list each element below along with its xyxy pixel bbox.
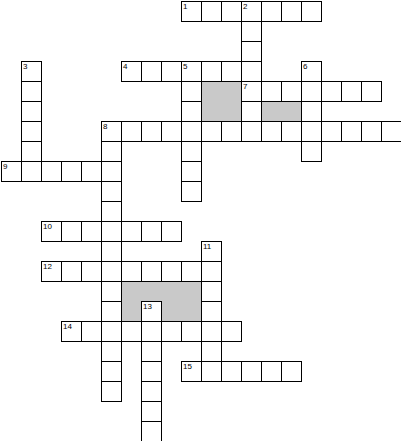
- crossword-cell[interactable]: [261, 361, 282, 382]
- crossword-cell[interactable]: [141, 361, 162, 382]
- crossword-cell[interactable]: [221, 121, 242, 142]
- crossword-cell[interactable]: [201, 301, 222, 322]
- crossword-cell[interactable]: [141, 61, 162, 82]
- crossword-cell[interactable]: [81, 261, 102, 282]
- cell-number: 12: [43, 262, 52, 271]
- crossword-cell[interactable]: [181, 101, 202, 122]
- crossword-cell[interactable]: [21, 141, 42, 162]
- crossword-cell[interactable]: [381, 121, 401, 142]
- crossword-cell[interactable]: [361, 81, 382, 102]
- crossword-cell[interactable]: [141, 401, 162, 422]
- crossword-cell[interactable]: 7: [241, 81, 262, 102]
- crossword-cell[interactable]: [201, 261, 222, 282]
- crossword-cell[interactable]: [301, 81, 322, 102]
- crossword-cell[interactable]: [241, 21, 262, 42]
- crossword-cell[interactable]: [301, 101, 322, 122]
- crossword-cell[interactable]: [101, 161, 122, 182]
- crossword-cell[interactable]: [241, 361, 262, 382]
- crossword-cell[interactable]: [101, 241, 122, 262]
- crossword-cell[interactable]: [181, 141, 202, 162]
- crossword-cell[interactable]: 2: [241, 1, 262, 22]
- crossword-cell[interactable]: [241, 101, 262, 122]
- cell-number: 2: [243, 2, 247, 11]
- crossword-cell[interactable]: [101, 301, 122, 322]
- cell-number: 13: [143, 302, 152, 311]
- crossword-cell[interactable]: [121, 121, 142, 142]
- crossword-cell[interactable]: [101, 221, 122, 242]
- crossword-cell[interactable]: [241, 41, 262, 62]
- crossword-cell[interactable]: [161, 321, 182, 342]
- crossword-cell[interactable]: [201, 1, 222, 22]
- crossword-cell[interactable]: [181, 121, 202, 142]
- cell-number: 10: [43, 222, 52, 231]
- crossword-cell[interactable]: [21, 121, 42, 142]
- cell-number: 5: [183, 62, 187, 71]
- crossword-cell[interactable]: [201, 281, 222, 302]
- crossword-cell[interactable]: 6: [301, 61, 322, 82]
- crossword-cell[interactable]: 1: [181, 1, 202, 22]
- crossword-cell[interactable]: [301, 141, 322, 162]
- crossword-cell[interactable]: 3: [21, 61, 42, 82]
- crossword-cell[interactable]: [61, 221, 82, 242]
- crossword-cell[interactable]: [181, 161, 202, 182]
- crossword-cell[interactable]: [141, 381, 162, 402]
- crossword-cell[interactable]: [141, 221, 162, 242]
- crossword-cell[interactable]: [81, 321, 102, 342]
- crossword-cell[interactable]: [101, 141, 122, 162]
- crossword-board: 123456789101112131415: [1, 1, 401, 441]
- crossword-cell[interactable]: [181, 321, 202, 342]
- cell-number: 15: [183, 362, 192, 371]
- cell-number: 7: [243, 82, 247, 91]
- crossword-cell[interactable]: [81, 161, 102, 182]
- crossword-cell[interactable]: [221, 361, 242, 382]
- crossword-cell[interactable]: 8: [101, 121, 122, 142]
- crossword-cell[interactable]: [141, 261, 162, 282]
- crossword-cell[interactable]: [101, 341, 122, 362]
- crossword-cell[interactable]: 15: [181, 361, 202, 382]
- crossword-cell[interactable]: [41, 161, 62, 182]
- cell-number: 1: [183, 2, 187, 11]
- crossword-cell[interactable]: [221, 61, 242, 82]
- crossword-cell[interactable]: [101, 261, 122, 282]
- crossword-cell[interactable]: [221, 321, 242, 342]
- crossword-cell[interactable]: [21, 81, 42, 102]
- crossword-cell[interactable]: [321, 121, 342, 142]
- crossword-cell[interactable]: [61, 161, 82, 182]
- crossword-cell[interactable]: [161, 261, 182, 282]
- crossword-cell[interactable]: [101, 201, 122, 222]
- crossword-cell[interactable]: [281, 1, 302, 22]
- crossword-cell[interactable]: [181, 81, 202, 102]
- crossword-page: 123456789101112131415: [0, 0, 401, 441]
- crossword-cell[interactable]: [101, 321, 122, 342]
- crossword-cell[interactable]: [121, 321, 142, 342]
- crossword-cell[interactable]: [201, 321, 222, 342]
- crossword-cell[interactable]: [121, 261, 142, 282]
- crossword-cell[interactable]: [301, 1, 322, 22]
- crossword-cell[interactable]: [141, 341, 162, 362]
- crossword-cell[interactable]: [161, 61, 182, 82]
- crossword-cell[interactable]: [341, 81, 362, 102]
- crossword-cell[interactable]: [221, 1, 242, 22]
- crossword-cell[interactable]: [21, 161, 42, 182]
- cell-number: 14: [63, 322, 72, 331]
- crossword-cell[interactable]: 12: [41, 261, 62, 282]
- crossword-cell[interactable]: 4: [121, 61, 142, 82]
- crossword-cell[interactable]: [241, 61, 262, 82]
- crossword-cell[interactable]: [141, 421, 162, 441]
- crossword-cell[interactable]: [361, 121, 382, 142]
- crossword-cell[interactable]: 13: [141, 301, 162, 322]
- cell-number: 4: [123, 62, 127, 71]
- crossword-cell[interactable]: [101, 281, 122, 302]
- crossword-cell[interactable]: [181, 181, 202, 202]
- crossword-cell[interactable]: [141, 121, 162, 142]
- highlight-region: [261, 101, 302, 122]
- crossword-cell[interactable]: [281, 81, 302, 102]
- crossword-cell[interactable]: 10: [41, 221, 62, 242]
- crossword-cell[interactable]: [141, 321, 162, 342]
- highlight-region: [201, 81, 242, 122]
- crossword-cell[interactable]: [161, 221, 182, 242]
- crossword-cell[interactable]: [181, 261, 202, 282]
- cell-number: 3: [23, 62, 27, 71]
- crossword-cell[interactable]: [281, 361, 302, 382]
- crossword-cell[interactable]: [161, 121, 182, 142]
- crossword-cell[interactable]: [201, 341, 222, 362]
- crossword-cell[interactable]: [21, 101, 42, 122]
- cell-number: 6: [303, 62, 307, 71]
- crossword-cell[interactable]: [261, 1, 282, 22]
- crossword-cell[interactable]: [61, 261, 82, 282]
- crossword-cell[interactable]: [341, 121, 362, 142]
- cell-number: 8: [103, 122, 107, 131]
- crossword-cell[interactable]: [321, 81, 342, 102]
- crossword-cell[interactable]: [121, 221, 142, 242]
- crossword-cell[interactable]: [101, 381, 122, 402]
- crossword-cell[interactable]: 5: [181, 61, 202, 82]
- crossword-cell[interactable]: [241, 121, 262, 142]
- crossword-cell[interactable]: 11: [201, 241, 222, 262]
- crossword-cell[interactable]: [201, 61, 222, 82]
- crossword-cell[interactable]: [301, 121, 322, 142]
- cell-number: 9: [3, 162, 7, 171]
- crossword-cell[interactable]: [201, 121, 222, 142]
- crossword-cell[interactable]: 14: [61, 321, 82, 342]
- crossword-cell[interactable]: [101, 181, 122, 202]
- crossword-cell[interactable]: [261, 81, 282, 102]
- crossword-cell[interactable]: 9: [1, 161, 22, 182]
- crossword-cell[interactable]: [261, 121, 282, 142]
- crossword-cell[interactable]: [101, 361, 122, 382]
- cell-number: 11: [203, 242, 211, 251]
- crossword-cell[interactable]: [281, 121, 302, 142]
- crossword-cell[interactable]: [201, 361, 222, 382]
- crossword-cell[interactable]: [81, 221, 102, 242]
